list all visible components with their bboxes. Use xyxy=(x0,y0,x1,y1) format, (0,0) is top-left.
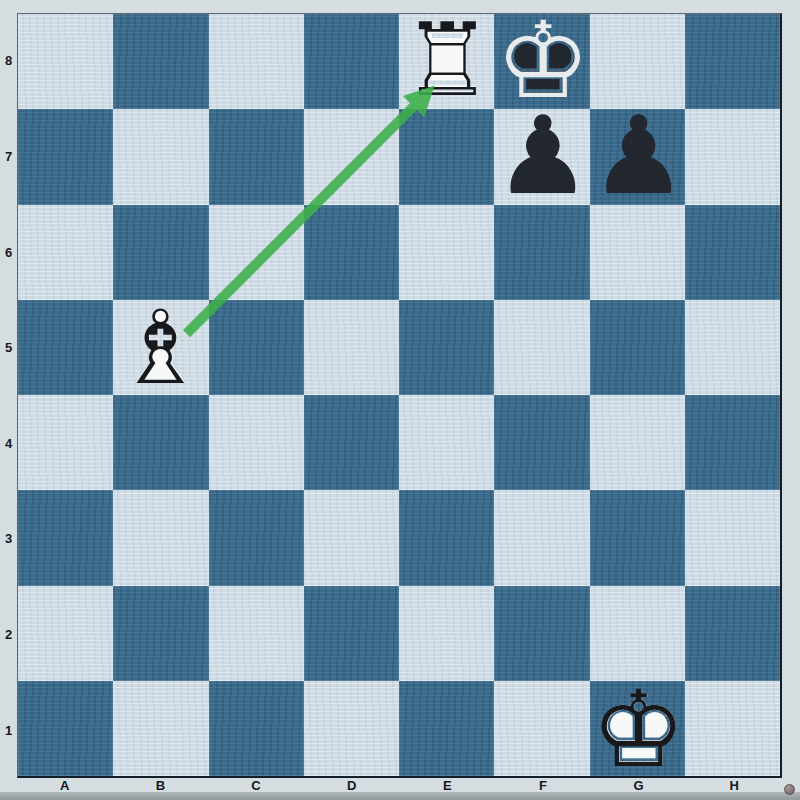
piece-white-king-g1[interactable]: ♚♔ xyxy=(591,682,687,778)
piece-white-rook-e8[interactable]: ♜♖ xyxy=(400,13,496,109)
rank-labels: 87654321 xyxy=(0,13,17,778)
piece-black-pawn-g7[interactable]: ♟♙ xyxy=(591,109,687,205)
file-label-c: C xyxy=(208,778,304,793)
white-bishop-glyph-outline: ♗ xyxy=(113,300,209,396)
file-label-e: E xyxy=(400,778,496,793)
black-pawn-glyph-outline: ♙ xyxy=(495,109,591,205)
file-label-d: D xyxy=(304,778,400,793)
file-label-b: B xyxy=(113,778,209,793)
rank-label-5: 5 xyxy=(0,300,17,396)
piece-white-bishop-b5[interactable]: ♝♗ xyxy=(113,300,209,396)
pieces-layer: ♜♖♚♔♟♙♟♙♝♗♚♔ xyxy=(17,13,782,778)
file-label-h: H xyxy=(686,778,782,793)
frame-bottom-edge xyxy=(0,792,800,800)
file-label-f: F xyxy=(495,778,591,793)
board-frame: 87654321 ♜♖♚♔♟♙♟♙♝♗♚♔ ABCDEFGH xyxy=(0,0,800,800)
rank-label-2: 2 xyxy=(0,587,17,683)
black-pawn-glyph-outline: ♙ xyxy=(591,109,687,205)
rank-label-4: 4 xyxy=(0,396,17,492)
rank-label-6: 6 xyxy=(0,204,17,300)
white-rook-glyph-outline: ♖ xyxy=(400,13,496,109)
rank-label-1: 1 xyxy=(0,682,17,778)
corner-dot xyxy=(784,784,795,795)
white-king-glyph-outline: ♔ xyxy=(591,682,687,778)
rank-label-7: 7 xyxy=(0,109,17,205)
file-label-a: A xyxy=(17,778,113,793)
rank-label-3: 3 xyxy=(0,491,17,587)
piece-black-pawn-f7[interactable]: ♟♙ xyxy=(495,109,591,205)
rank-label-8: 8 xyxy=(0,13,17,109)
